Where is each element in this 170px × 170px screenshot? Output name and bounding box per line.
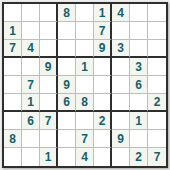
cell-r6c7[interactable] (112, 94, 130, 112)
cell-r2c9[interactable] (148, 22, 166, 40)
cell-r5c2-given-7: 7 (22, 76, 40, 94)
cell-r9c4[interactable] (58, 148, 76, 166)
cell-r7c3-given-7: 7 (40, 112, 58, 130)
cell-r7c8-given-1: 1 (130, 112, 148, 130)
cell-r7c7[interactable] (112, 112, 130, 130)
cell-r7c2-given-6: 6 (22, 112, 40, 130)
cell-r7c9[interactable] (148, 112, 166, 130)
cell-r7c4[interactable] (58, 112, 76, 130)
cell-r6c4-given-6: 6 (58, 94, 76, 112)
cell-r6c1[interactable] (4, 94, 22, 112)
cell-r4c8-given-3: 3 (130, 58, 148, 76)
cell-r9c2[interactable] (22, 148, 40, 166)
cell-r4c7[interactable] (112, 58, 130, 76)
cell-r1c5[interactable] (76, 4, 94, 22)
cell-r4c4[interactable] (58, 58, 76, 76)
cell-r9c1[interactable] (4, 148, 22, 166)
cell-r6c8[interactable] (130, 94, 148, 112)
cell-r3c3[interactable] (40, 40, 58, 58)
cell-r9c6[interactable] (94, 148, 112, 166)
cell-r8c9[interactable] (148, 130, 166, 148)
cell-r9c7[interactable] (112, 148, 130, 166)
cell-r1c6-given-1: 1 (94, 4, 112, 22)
cell-r4c2[interactable] (22, 58, 40, 76)
cell-r9c5-given-4: 4 (76, 148, 94, 166)
cell-r3c4[interactable] (58, 40, 76, 58)
cell-r3c9[interactable] (148, 40, 166, 58)
cell-r4c9[interactable] (148, 58, 166, 76)
cell-r2c3[interactable] (40, 22, 58, 40)
cell-r8c7-given-9: 9 (112, 130, 130, 148)
cell-r5c4-given-9: 9 (58, 76, 76, 94)
cell-r5c5[interactable] (76, 76, 94, 94)
cell-r1c3[interactable] (40, 4, 58, 22)
cell-r9c9-given-7: 7 (148, 148, 166, 166)
cell-r2c7[interactable] (112, 22, 130, 40)
cell-r8c1-given-8: 8 (4, 130, 22, 148)
cell-r7c1[interactable] (4, 112, 22, 130)
cell-r8c3[interactable] (40, 130, 58, 148)
cell-r2c4[interactable] (58, 22, 76, 40)
cell-r3c6-given-9: 9 (94, 40, 112, 58)
cell-r4c5-given-1: 1 (76, 58, 94, 76)
cell-r2c8[interactable] (130, 22, 148, 40)
cell-r1c9[interactable] (148, 4, 166, 22)
cell-r6c3[interactable] (40, 94, 58, 112)
cell-r4c1[interactable] (4, 58, 22, 76)
cell-r4c3-given-9: 9 (40, 58, 58, 76)
cell-r5c7[interactable] (112, 76, 130, 94)
cell-r3c7-given-3: 3 (112, 40, 130, 58)
cell-r3c5[interactable] (76, 40, 94, 58)
cell-r4c6[interactable] (94, 58, 112, 76)
cell-r7c5[interactable] (76, 112, 94, 130)
cell-r3c1-given-7: 7 (4, 40, 22, 58)
cell-r6c6[interactable] (94, 94, 112, 112)
cell-r7c6-given-2: 2 (94, 112, 112, 130)
cell-r3c8[interactable] (130, 40, 148, 58)
cell-r8c5-given-7: 7 (76, 130, 94, 148)
sudoku-board: 814177493913796168267218791427 (2, 2, 168, 168)
cell-r8c8[interactable] (130, 130, 148, 148)
cell-r2c1-given-1: 1 (4, 22, 22, 40)
cell-r5c1[interactable] (4, 76, 22, 94)
cell-r6c9-given-2: 2 (148, 94, 166, 112)
cell-r6c2-given-1: 1 (22, 94, 40, 112)
cell-r1c8[interactable] (130, 4, 148, 22)
cell-r1c2[interactable] (22, 4, 40, 22)
cell-r5c6[interactable] (94, 76, 112, 94)
cell-r9c8-given-2: 2 (130, 148, 148, 166)
cell-r2c6-given-7: 7 (94, 22, 112, 40)
cell-r1c1[interactable] (4, 4, 22, 22)
cell-r2c5[interactable] (76, 22, 94, 40)
cell-r1c7-given-4: 4 (112, 4, 130, 22)
cell-r1c4-given-8: 8 (58, 4, 76, 22)
cell-r5c9[interactable] (148, 76, 166, 94)
cell-r3c2-given-4: 4 (22, 40, 40, 58)
cell-r2c2[interactable] (22, 22, 40, 40)
cell-r8c2[interactable] (22, 130, 40, 148)
cell-r5c3[interactable] (40, 76, 58, 94)
cell-r9c3-given-1: 1 (40, 148, 58, 166)
cell-r6c5-given-8: 8 (76, 94, 94, 112)
cell-r8c4[interactable] (58, 130, 76, 148)
cell-r8c6[interactable] (94, 130, 112, 148)
cell-r5c8-given-6: 6 (130, 76, 148, 94)
